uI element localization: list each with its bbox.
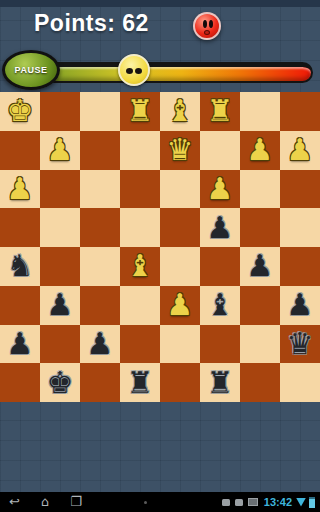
piece-white-pawn[interactable]: ♟ bbox=[287, 135, 314, 165]
square-e4[interactable] bbox=[160, 247, 200, 286]
square-b6[interactable] bbox=[40, 170, 80, 209]
red-face-mouth bbox=[204, 30, 210, 35]
square-h4[interactable] bbox=[280, 247, 320, 286]
square-e8[interactable]: ♝ bbox=[160, 92, 200, 131]
square-e7[interactable]: ♛ bbox=[160, 131, 200, 170]
top-strip bbox=[0, 0, 320, 7]
square-g4[interactable]: ♟ bbox=[240, 247, 280, 286]
square-a2[interactable]: ♟ bbox=[0, 325, 40, 364]
square-a6[interactable]: ♟ bbox=[0, 170, 40, 209]
square-b8[interactable] bbox=[40, 92, 80, 131]
piece-black-pawn[interactable]: ♟ bbox=[287, 290, 314, 320]
square-h5[interactable] bbox=[280, 208, 320, 247]
points-label: Points: 62 bbox=[34, 10, 149, 37]
square-g3[interactable] bbox=[240, 286, 280, 325]
square-b2[interactable] bbox=[40, 325, 80, 364]
piece-black-knight[interactable]: ♞ bbox=[7, 251, 34, 281]
square-f4[interactable] bbox=[200, 247, 240, 286]
chess-board: ♚♜♝♜♟♛♟♟♟♟♟♞♝♟♟♟♝♟♟♟♛♚♜♜ bbox=[0, 92, 320, 402]
square-c6[interactable] bbox=[80, 170, 120, 209]
square-e1[interactable] bbox=[160, 363, 200, 402]
square-d5[interactable] bbox=[120, 208, 160, 247]
piece-white-bishop[interactable]: ♝ bbox=[127, 251, 154, 281]
square-h3[interactable]: ♟ bbox=[280, 286, 320, 325]
square-d1[interactable]: ♜ bbox=[120, 363, 160, 402]
square-e6[interactable] bbox=[160, 170, 200, 209]
square-h8[interactable] bbox=[280, 92, 320, 131]
piece-black-bishop[interactable]: ♝ bbox=[207, 290, 234, 320]
square-e3[interactable]: ♟ bbox=[160, 286, 200, 325]
timer-progress-bar bbox=[50, 62, 313, 83]
pause-button[interactable]: PAUSE bbox=[2, 50, 60, 90]
smiley-right-eye bbox=[135, 68, 142, 74]
piece-white-pawn[interactable]: ♟ bbox=[7, 174, 34, 204]
piece-black-king[interactable]: ♚ bbox=[47, 368, 74, 398]
screenshot-notification-icon bbox=[248, 498, 258, 506]
square-g8[interactable] bbox=[240, 92, 280, 131]
square-a1[interactable] bbox=[0, 363, 40, 402]
square-b1[interactable]: ♚ bbox=[40, 363, 80, 402]
piece-black-pawn[interactable]: ♟ bbox=[247, 251, 274, 281]
square-d8[interactable]: ♜ bbox=[120, 92, 160, 131]
square-h6[interactable] bbox=[280, 170, 320, 209]
piece-white-pawn[interactable]: ♟ bbox=[247, 135, 274, 165]
square-d2[interactable] bbox=[120, 325, 160, 364]
square-e2[interactable] bbox=[160, 325, 200, 364]
square-a7[interactable] bbox=[0, 131, 40, 170]
back-button-icon[interactable]: ↩ bbox=[9, 492, 20, 512]
clock: 13:42 bbox=[264, 496, 292, 508]
square-f6[interactable]: ♟ bbox=[200, 170, 240, 209]
piece-black-pawn[interactable]: ♟ bbox=[207, 213, 234, 243]
square-e5[interactable] bbox=[160, 208, 200, 247]
square-d4[interactable]: ♝ bbox=[120, 247, 160, 286]
square-a5[interactable] bbox=[0, 208, 40, 247]
square-b7[interactable]: ♟ bbox=[40, 131, 80, 170]
square-f2[interactable] bbox=[200, 325, 240, 364]
piece-white-pawn[interactable]: ♟ bbox=[207, 174, 234, 204]
red-face-right-eye bbox=[209, 20, 213, 28]
piece-black-rook[interactable]: ♜ bbox=[127, 368, 154, 398]
square-c7[interactable] bbox=[80, 131, 120, 170]
piece-white-rook[interactable]: ♜ bbox=[127, 96, 154, 126]
square-h1[interactable] bbox=[280, 363, 320, 402]
piece-black-pawn[interactable]: ♟ bbox=[7, 329, 34, 359]
square-d7[interactable] bbox=[120, 131, 160, 170]
wifi-icon bbox=[296, 498, 306, 507]
timer-marker-smiley-icon bbox=[118, 54, 150, 86]
piece-white-rook[interactable]: ♜ bbox=[207, 96, 234, 126]
square-g6[interactable] bbox=[240, 170, 280, 209]
square-c4[interactable] bbox=[80, 247, 120, 286]
square-c5[interactable] bbox=[80, 208, 120, 247]
app-screen: Points: 62 PAUSE ♚♜♝♜♟♛♟♟♟♟♟♞♝♟♟♟♝♟♟♟♛♚♜… bbox=[0, 0, 320, 512]
square-c3[interactable] bbox=[80, 286, 120, 325]
square-h2[interactable]: ♛ bbox=[280, 325, 320, 364]
square-a3[interactable] bbox=[0, 286, 40, 325]
square-g2[interactable] bbox=[240, 325, 280, 364]
red-face-left-eye bbox=[203, 20, 207, 28]
square-f3[interactable]: ♝ bbox=[200, 286, 240, 325]
piece-black-queen[interactable]: ♛ bbox=[287, 329, 314, 359]
battery-icon bbox=[309, 497, 315, 508]
piece-white-bishop[interactable]: ♝ bbox=[167, 96, 194, 126]
piece-white-queen[interactable]: ♛ bbox=[167, 135, 194, 165]
square-a8[interactable]: ♚ bbox=[0, 92, 40, 131]
smiley-left-eye bbox=[126, 68, 133, 74]
square-b5[interactable] bbox=[40, 208, 80, 247]
piece-white-pawn[interactable]: ♟ bbox=[167, 290, 194, 320]
square-g5[interactable] bbox=[240, 208, 280, 247]
piece-black-rook[interactable]: ♜ bbox=[207, 368, 234, 398]
square-f7[interactable] bbox=[200, 131, 240, 170]
square-d3[interactable] bbox=[120, 286, 160, 325]
square-a4[interactable]: ♞ bbox=[0, 247, 40, 286]
home-button-icon[interactable]: ⌂ bbox=[41, 492, 49, 512]
square-b4[interactable] bbox=[40, 247, 80, 286]
piece-black-pawn[interactable]: ♟ bbox=[87, 329, 114, 359]
nav-center-dot bbox=[144, 501, 147, 504]
square-c2[interactable]: ♟ bbox=[80, 325, 120, 364]
square-g1[interactable] bbox=[240, 363, 280, 402]
square-d6[interactable] bbox=[120, 170, 160, 209]
status-tray: 13:42 bbox=[222, 496, 320, 508]
piece-black-pawn[interactable]: ♟ bbox=[47, 290, 74, 320]
square-c8[interactable] bbox=[80, 92, 120, 131]
square-g7[interactable]: ♟ bbox=[240, 131, 280, 170]
pause-button-label: PAUSE bbox=[15, 65, 48, 75]
piece-white-king[interactable]: ♚ bbox=[7, 96, 34, 126]
android-nav-bar: ↩ ⌂ ❐ 13:42 bbox=[0, 492, 320, 512]
chat-notification-icon bbox=[222, 499, 230, 506]
square-f5[interactable]: ♟ bbox=[200, 208, 240, 247]
square-h7[interactable]: ♟ bbox=[280, 131, 320, 170]
chat-notification-icon bbox=[235, 499, 243, 506]
recent-apps-button-icon[interactable]: ❐ bbox=[70, 492, 82, 512]
piece-white-pawn[interactable]: ♟ bbox=[47, 135, 74, 165]
red-sad-face-icon bbox=[193, 12, 221, 40]
square-f1[interactable]: ♜ bbox=[200, 363, 240, 402]
square-b3[interactable]: ♟ bbox=[40, 286, 80, 325]
square-c1[interactable] bbox=[80, 363, 120, 402]
square-f8[interactable]: ♜ bbox=[200, 92, 240, 131]
